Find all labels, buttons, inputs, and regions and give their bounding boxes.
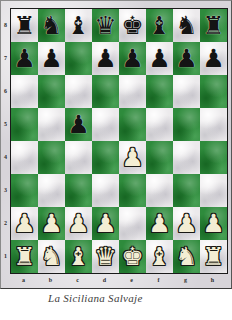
white-pawn[interactable]: ♟ <box>148 211 170 236</box>
black-pawn[interactable]: ♟ <box>121 46 143 71</box>
square-b3[interactable] <box>38 174 65 207</box>
white-pawn[interactable]: ♟ <box>94 211 116 236</box>
square-d8[interactable]: ♛ <box>92 9 119 42</box>
black-rook[interactable]: ♜ <box>13 13 35 38</box>
square-h4[interactable] <box>200 141 227 174</box>
black-king[interactable]: ♚ <box>121 13 143 38</box>
white-pawn[interactable]: ♟ <box>202 211 224 236</box>
black-bishop[interactable]: ♝ <box>148 13 170 38</box>
square-f2[interactable]: ♟ <box>146 207 173 240</box>
square-c4[interactable] <box>65 141 92 174</box>
square-c1[interactable]: ♝ <box>65 240 92 273</box>
square-e2[interactable] <box>119 207 146 240</box>
square-c7[interactable] <box>65 42 92 75</box>
white-pawn[interactable]: ♟ <box>175 211 197 236</box>
square-f8[interactable]: ♝ <box>146 9 173 42</box>
square-b2[interactable]: ♟ <box>38 207 65 240</box>
white-bishop[interactable]: ♝ <box>67 244 89 269</box>
rank-label: 5 <box>1 107 10 140</box>
square-g1[interactable]: ♞ <box>173 240 200 273</box>
caption: La Siciliana Salvaje <box>48 292 143 304</box>
square-c5[interactable]: ♟ <box>65 108 92 141</box>
white-rook[interactable]: ♜ <box>13 244 35 269</box>
square-e7[interactable]: ♟ <box>119 42 146 75</box>
file-labels: abcdefgh <box>10 274 228 286</box>
square-e1[interactable]: ♚ <box>119 240 146 273</box>
square-h7[interactable]: ♟ <box>200 42 227 75</box>
square-f5[interactable] <box>146 108 173 141</box>
square-d2[interactable]: ♟ <box>92 207 119 240</box>
square-c6[interactable] <box>65 75 92 108</box>
chess-board: ♜♞♝♛♚♝♞♜♟♟♟♟♟♟♟♟♟♟♟♟♟♟♟♟♜♞♝♛♚♝♞♜ <box>10 8 228 274</box>
black-bishop[interactable]: ♝ <box>67 13 89 38</box>
black-pawn[interactable]: ♟ <box>67 112 89 137</box>
file-label: d <box>91 274 118 286</box>
rank-label: 8 <box>1 8 10 41</box>
black-knight[interactable]: ♞ <box>175 13 197 38</box>
square-g6[interactable] <box>173 75 200 108</box>
square-d4[interactable] <box>92 141 119 174</box>
white-pawn[interactable]: ♟ <box>40 211 62 236</box>
file-label: h <box>199 274 226 286</box>
white-pawn[interactable]: ♟ <box>121 145 143 170</box>
black-pawn[interactable]: ♟ <box>40 46 62 71</box>
square-b5[interactable] <box>38 108 65 141</box>
file-label: c <box>64 274 91 286</box>
white-king[interactable]: ♚ <box>121 244 143 269</box>
chess-diagram: 87654321 ♜♞♝♛♚♝♞♜♟♟♟♟♟♟♟♟♟♟♟♟♟♟♟♟♜♞♝♛♚♝♞… <box>0 0 232 289</box>
square-d1[interactable]: ♛ <box>92 240 119 273</box>
rank-label: 3 <box>1 173 10 206</box>
square-d5[interactable] <box>92 108 119 141</box>
black-knight[interactable]: ♞ <box>40 13 62 38</box>
rank-label: 4 <box>1 140 10 173</box>
square-e8[interactable]: ♚ <box>119 9 146 42</box>
rank-labels: 87654321 <box>1 8 10 272</box>
square-b4[interactable] <box>38 141 65 174</box>
square-c2[interactable]: ♟ <box>65 207 92 240</box>
square-e4[interactable]: ♟ <box>119 141 146 174</box>
square-f4[interactable] <box>146 141 173 174</box>
black-pawn[interactable]: ♟ <box>148 46 170 71</box>
square-e5[interactable] <box>119 108 146 141</box>
square-f3[interactable] <box>146 174 173 207</box>
black-pawn[interactable]: ♟ <box>175 46 197 71</box>
square-f1[interactable]: ♝ <box>146 240 173 273</box>
square-a5[interactable] <box>11 108 38 141</box>
square-h3[interactable] <box>200 174 227 207</box>
square-d6[interactable] <box>92 75 119 108</box>
white-knight[interactable]: ♞ <box>40 244 62 269</box>
black-rook[interactable]: ♜ <box>202 13 224 38</box>
square-g4[interactable] <box>173 141 200 174</box>
square-h1[interactable]: ♜ <box>200 240 227 273</box>
black-pawn[interactable]: ♟ <box>13 46 35 71</box>
square-a1[interactable]: ♜ <box>11 240 38 273</box>
white-knight[interactable]: ♞ <box>175 244 197 269</box>
square-a4[interactable] <box>11 141 38 174</box>
rank-label: 7 <box>1 41 10 74</box>
square-g5[interactable] <box>173 108 200 141</box>
square-e3[interactable] <box>119 174 146 207</box>
white-rook[interactable]: ♜ <box>202 244 224 269</box>
square-b7[interactable]: ♟ <box>38 42 65 75</box>
rank-label: 2 <box>1 206 10 239</box>
rank-label: 6 <box>1 74 10 107</box>
square-a2[interactable]: ♟ <box>11 207 38 240</box>
square-a3[interactable] <box>11 174 38 207</box>
square-h5[interactable] <box>200 108 227 141</box>
square-h2[interactable]: ♟ <box>200 207 227 240</box>
square-h8[interactable]: ♜ <box>200 9 227 42</box>
file-label: e <box>118 274 145 286</box>
square-g8[interactable]: ♞ <box>173 9 200 42</box>
square-a6[interactable] <box>11 75 38 108</box>
square-b8[interactable]: ♞ <box>38 9 65 42</box>
file-label: g <box>172 274 199 286</box>
white-pawn[interactable]: ♟ <box>13 211 35 236</box>
rank-label: 1 <box>1 239 10 272</box>
black-pawn[interactable]: ♟ <box>202 46 224 71</box>
square-c3[interactable] <box>65 174 92 207</box>
square-b6[interactable] <box>38 75 65 108</box>
square-a7[interactable]: ♟ <box>11 42 38 75</box>
square-d7[interactable]: ♟ <box>92 42 119 75</box>
file-label: f <box>145 274 172 286</box>
square-a8[interactable]: ♜ <box>11 9 38 42</box>
file-label: a <box>10 274 37 286</box>
square-f7[interactable]: ♟ <box>146 42 173 75</box>
white-pawn[interactable]: ♟ <box>67 211 89 236</box>
square-g7[interactable]: ♟ <box>173 42 200 75</box>
file-label: b <box>37 274 64 286</box>
square-h6[interactable] <box>200 75 227 108</box>
square-f6[interactable] <box>146 75 173 108</box>
square-g3[interactable] <box>173 174 200 207</box>
black-queen[interactable]: ♛ <box>94 13 116 38</box>
square-c8[interactable]: ♝ <box>65 9 92 42</box>
square-e6[interactable] <box>119 75 146 108</box>
square-b1[interactable]: ♞ <box>38 240 65 273</box>
square-d3[interactable] <box>92 174 119 207</box>
white-queen[interactable]: ♛ <box>94 244 116 269</box>
white-bishop[interactable]: ♝ <box>148 244 170 269</box>
square-g2[interactable]: ♟ <box>173 207 200 240</box>
black-pawn[interactable]: ♟ <box>94 46 116 71</box>
